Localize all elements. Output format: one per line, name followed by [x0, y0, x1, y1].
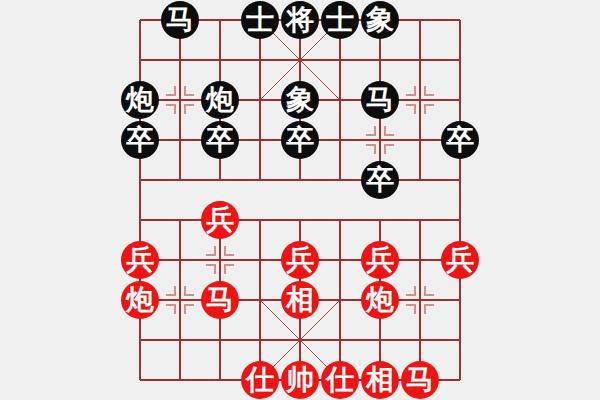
piece-red-elephant[interactable]: 相 — [281, 281, 319, 319]
piece-black-soldier[interactable]: 卒 — [441, 121, 479, 159]
piece-red-soldier[interactable]: 兵 — [201, 201, 239, 239]
piece-black-soldier[interactable]: 卒 — [361, 161, 399, 199]
piece-red-horse[interactable]: 马 — [201, 281, 239, 319]
piece-red-advisor[interactable]: 仕 — [241, 361, 279, 399]
piece-red-advisor[interactable]: 仕 — [321, 361, 359, 399]
piece-red-cannon[interactable]: 炮 — [361, 281, 399, 319]
piece-red-soldier[interactable]: 兵 — [361, 241, 399, 279]
piece-red-horse[interactable]: 马 — [401, 361, 439, 399]
piece-red-soldier[interactable]: 兵 — [121, 241, 159, 279]
piece-black-horse[interactable]: 马 — [161, 1, 199, 39]
piece-black-soldier[interactable]: 卒 — [281, 121, 319, 159]
piece-red-soldier[interactable]: 兵 — [441, 241, 479, 279]
piece-black-advisor[interactable]: 士 — [241, 1, 279, 39]
xiangqi-board: 马士将士象炮炮象马卒卒卒卒卒兵兵兵兵兵炮马相炮仕帅仕相马 — [0, 0, 600, 400]
piece-black-advisor[interactable]: 士 — [321, 1, 359, 39]
piece-red-soldier[interactable]: 兵 — [281, 241, 319, 279]
piece-black-elephant[interactable]: 象 — [281, 81, 319, 119]
piece-black-elephant[interactable]: 象 — [361, 1, 399, 39]
piece-red-general[interactable]: 帅 — [281, 361, 319, 399]
piece-red-elephant[interactable]: 相 — [361, 361, 399, 399]
piece-red-cannon[interactable]: 炮 — [121, 281, 159, 319]
piece-black-horse[interactable]: 马 — [361, 81, 399, 119]
board-grid — [0, 0, 600, 400]
piece-black-soldier[interactable]: 卒 — [201, 121, 239, 159]
piece-black-soldier[interactable]: 卒 — [121, 121, 159, 159]
piece-black-general[interactable]: 将 — [281, 1, 319, 39]
piece-black-cannon[interactable]: 炮 — [121, 81, 159, 119]
piece-black-cannon[interactable]: 炮 — [201, 81, 239, 119]
grid-lines — [140, 20, 460, 380]
